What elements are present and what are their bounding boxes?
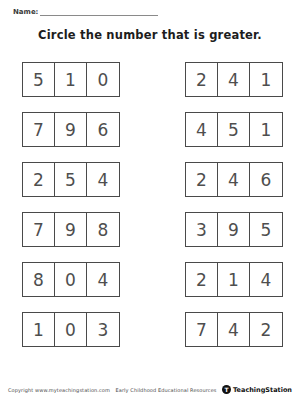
digit-cell[interactable]: 2 [186, 63, 218, 96]
number-strip-right-6: 7 4 2 [185, 312, 283, 347]
number-strip-right-2: 4 5 1 [185, 112, 283, 147]
teachingstation-logo: T TeachingStation [222, 385, 292, 394]
number-strip-right-4: 3 9 5 [185, 212, 283, 247]
strips-area: 5 1 0 2 4 1 7 9 6 4 5 1 2 5 4 2 4 6 [22, 62, 283, 347]
digit-cell[interactable]: 2 [23, 163, 55, 196]
digit-cell[interactable]: 6 [87, 113, 119, 146]
digit-cell[interactable]: 5 [250, 213, 282, 246]
digit-cell[interactable]: 9 [55, 113, 87, 146]
footer: Copyright www.myteachingstation.com Earl… [0, 385, 300, 394]
number-strip-left-6: 1 0 3 [22, 312, 120, 347]
digit-cell[interactable]: 0 [87, 63, 119, 96]
digit-cell[interactable]: 4 [87, 163, 119, 196]
name-field[interactable] [40, 7, 158, 16]
digit-cell[interactable]: 7 [23, 213, 55, 246]
digit-cell[interactable]: 1 [23, 313, 55, 346]
digit-cell[interactable]: 0 [55, 263, 87, 296]
teachingstation-logo-icon: T [222, 385, 231, 394]
digit-cell[interactable]: 2 [186, 163, 218, 196]
digit-cell[interactable]: 9 [55, 213, 87, 246]
teachingstation-logo-text: TeachingStation [233, 386, 292, 394]
digit-cell[interactable]: 4 [87, 263, 119, 296]
digit-cell[interactable]: 1 [55, 63, 87, 96]
digit-cell[interactable]: 8 [23, 263, 55, 296]
digit-cell[interactable]: 4 [218, 313, 250, 346]
number-strip-left-4: 7 9 8 [22, 212, 120, 247]
digit-cell[interactable]: 0 [55, 313, 87, 346]
digit-cell[interactable]: 1 [218, 263, 250, 296]
digit-cell[interactable]: 6 [250, 163, 282, 196]
number-strip-left-2: 7 9 6 [22, 112, 120, 147]
digit-cell[interactable]: 5 [23, 63, 55, 96]
digit-cell[interactable]: 4 [218, 163, 250, 196]
name-row: Name: [13, 7, 158, 16]
worksheet-page: Name: Circle the number that is greater.… [0, 0, 300, 400]
digit-cell[interactable]: 1 [250, 63, 282, 96]
number-strip-left-5: 8 0 4 [22, 262, 120, 297]
digit-cell[interactable]: 7 [186, 313, 218, 346]
copyright-text: Copyright www.myteachingstation.com [8, 387, 110, 393]
digit-cell[interactable]: 1 [250, 113, 282, 146]
digit-cell[interactable]: 2 [186, 263, 218, 296]
number-strip-right-3: 2 4 6 [185, 162, 283, 197]
number-strip-left-3: 2 5 4 [22, 162, 120, 197]
digit-cell[interactable]: 4 [250, 263, 282, 296]
digit-cell[interactable]: 5 [218, 113, 250, 146]
footer-center-text: Early Childhood Educational Resources [115, 387, 216, 393]
page-title: Circle the number that is greater. [0, 28, 300, 42]
digit-cell[interactable]: 3 [186, 213, 218, 246]
digit-cell[interactable]: 5 [55, 163, 87, 196]
digit-cell[interactable]: 7 [23, 113, 55, 146]
number-strip-right-5: 2 1 4 [185, 262, 283, 297]
digit-cell[interactable]: 3 [87, 313, 119, 346]
number-strip-right-1: 2 4 1 [185, 62, 283, 97]
digit-cell[interactable]: 8 [87, 213, 119, 246]
name-label: Name: [13, 8, 38, 16]
digit-cell[interactable]: 4 [218, 63, 250, 96]
digit-cell[interactable]: 9 [218, 213, 250, 246]
number-strip-left-1: 5 1 0 [22, 62, 120, 97]
digit-cell[interactable]: 4 [186, 113, 218, 146]
digit-cell[interactable]: 2 [250, 313, 282, 346]
